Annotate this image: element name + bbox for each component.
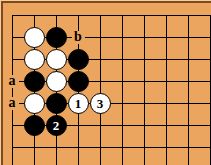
point-label-a: a xyxy=(6,75,19,88)
white-stone xyxy=(46,49,67,70)
white-stone xyxy=(46,71,67,92)
grid-hline xyxy=(12,147,211,148)
white-stone xyxy=(24,27,45,48)
black-stone xyxy=(68,71,89,92)
grid-vline xyxy=(188,15,189,165)
grid-vline xyxy=(122,15,123,165)
grid-vline xyxy=(210,15,211,165)
black-stone-move-2: 2 xyxy=(46,115,67,136)
white-stone-move-3: 3 xyxy=(90,93,111,114)
black-stone xyxy=(46,27,67,48)
point-label-a: a xyxy=(6,97,19,110)
white-stone-move-1: 1 xyxy=(68,93,89,114)
white-stone xyxy=(24,93,45,114)
grid-hline xyxy=(12,15,211,16)
black-stone xyxy=(24,71,45,92)
black-stone xyxy=(46,93,67,114)
grid-vline xyxy=(144,15,145,165)
grid-vline xyxy=(100,15,101,165)
white-stone xyxy=(24,49,45,70)
point-label-b: b xyxy=(72,31,85,44)
black-stone xyxy=(68,49,89,70)
board-frame-top-edge xyxy=(1,1,211,3)
go-board-diagram: baa 132 xyxy=(0,0,211,165)
black-stone xyxy=(24,115,45,136)
grid-vline xyxy=(166,15,167,165)
grid-vline xyxy=(12,15,13,165)
board-frame-left-edge xyxy=(1,1,3,165)
